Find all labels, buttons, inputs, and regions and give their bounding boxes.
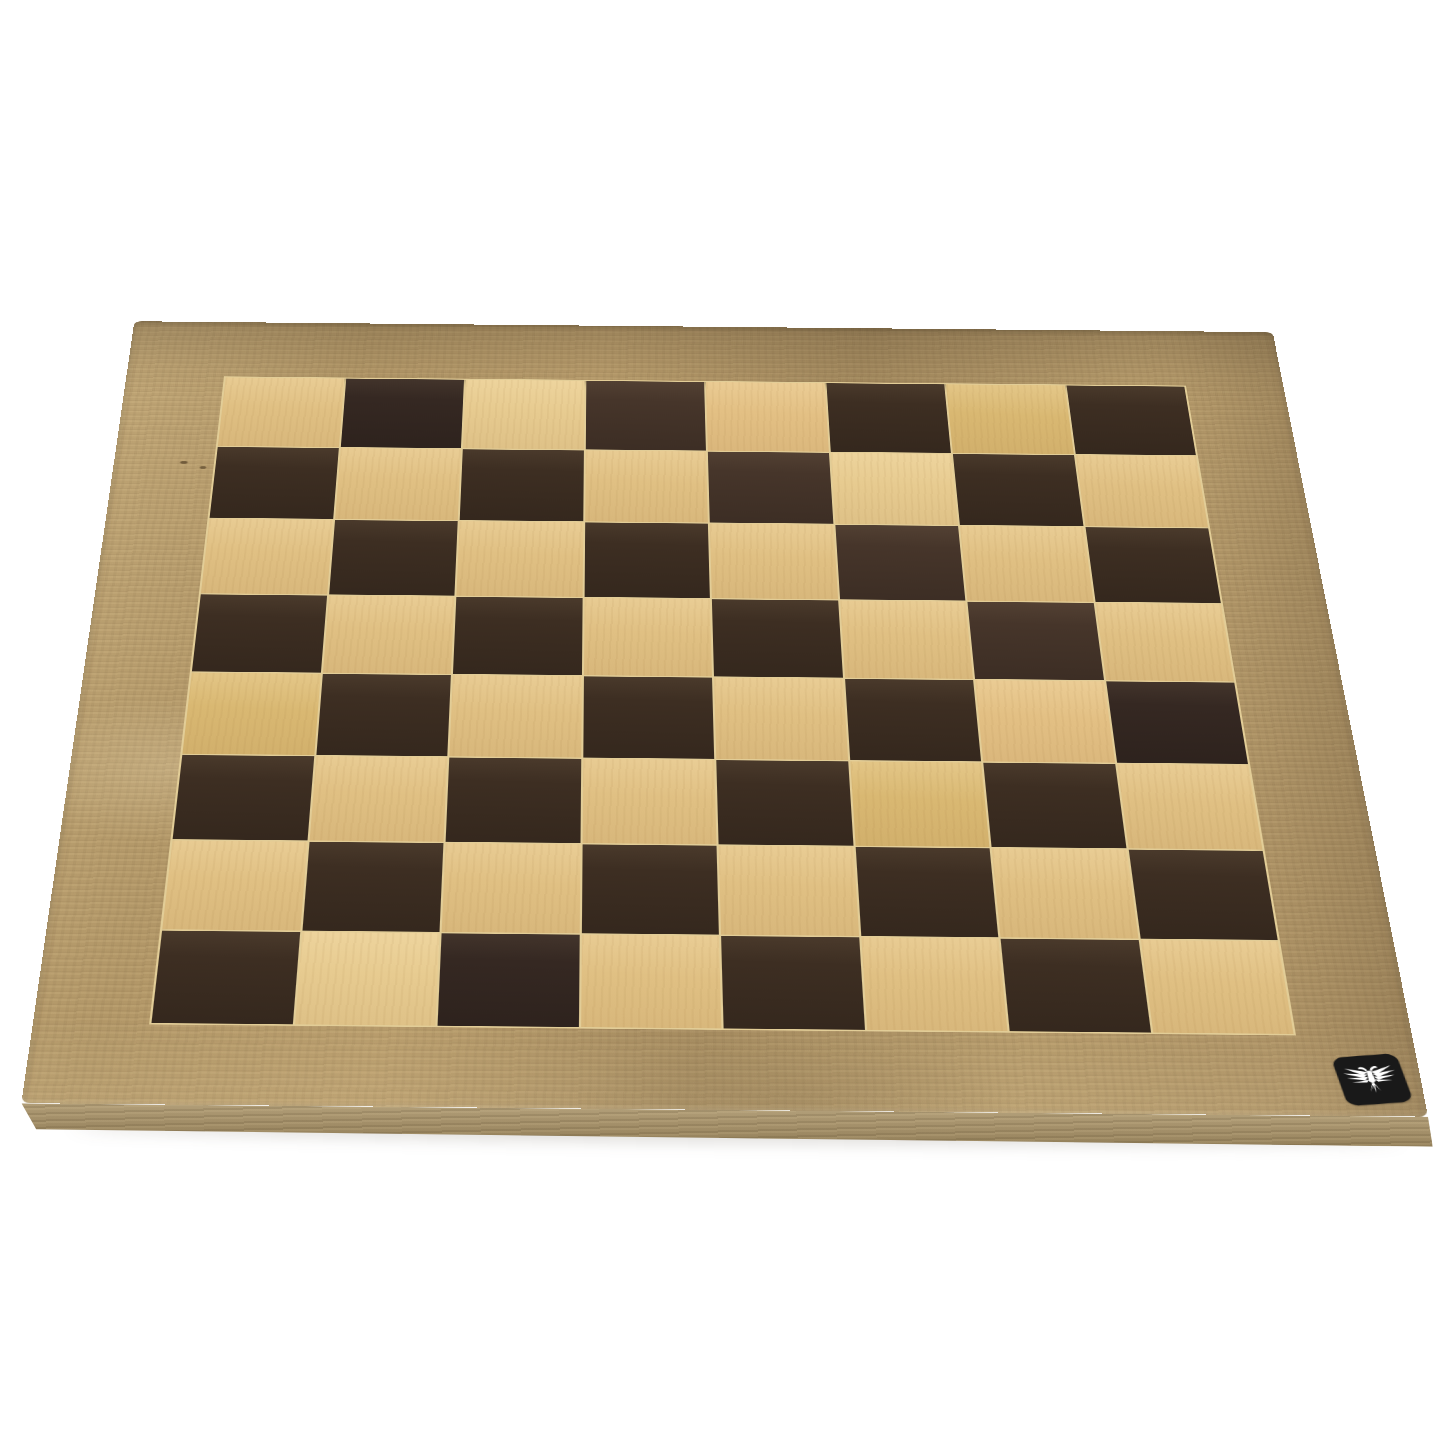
square-d7 bbox=[585, 450, 708, 522]
square-h2 bbox=[1128, 850, 1277, 940]
square-b7 bbox=[335, 448, 461, 520]
square-g7 bbox=[953, 454, 1083, 526]
square-a1 bbox=[151, 930, 299, 1024]
square-b5 bbox=[322, 595, 454, 674]
square-c8 bbox=[463, 380, 584, 449]
square-e7 bbox=[708, 451, 833, 523]
square-f6 bbox=[835, 525, 965, 600]
square-a2 bbox=[162, 840, 307, 930]
square-h5 bbox=[1095, 603, 1234, 682]
eagle-icon bbox=[1337, 1057, 1408, 1103]
square-c5 bbox=[453, 597, 582, 676]
square-g3 bbox=[983, 762, 1126, 848]
square-g2 bbox=[992, 848, 1138, 938]
square-e2 bbox=[719, 846, 859, 936]
chess-board bbox=[21, 321, 1428, 1116]
square-f4 bbox=[845, 679, 981, 761]
board-grid bbox=[151, 377, 1293, 1034]
square-h8 bbox=[1066, 385, 1196, 454]
square-a5 bbox=[192, 594, 327, 673]
square-g4 bbox=[975, 680, 1114, 762]
square-b4 bbox=[316, 674, 451, 756]
square-d4 bbox=[583, 676, 714, 758]
square-f2 bbox=[855, 847, 998, 937]
square-f7 bbox=[830, 453, 958, 525]
square-e4 bbox=[714, 678, 848, 760]
brand-badge bbox=[1331, 1053, 1414, 1106]
square-a6 bbox=[201, 519, 333, 594]
square-b8 bbox=[340, 379, 464, 448]
square-e3 bbox=[716, 760, 853, 846]
square-d2 bbox=[581, 844, 719, 934]
square-h3 bbox=[1117, 764, 1263, 850]
square-b3 bbox=[309, 756, 447, 842]
square-f8 bbox=[826, 383, 951, 452]
square-e8 bbox=[706, 382, 828, 451]
square-b6 bbox=[329, 520, 458, 595]
square-f3 bbox=[850, 761, 990, 847]
square-h4 bbox=[1106, 681, 1248, 763]
square-c1 bbox=[438, 933, 580, 1027]
square-c2 bbox=[442, 843, 580, 933]
square-d1 bbox=[581, 934, 722, 1028]
square-a8 bbox=[218, 377, 344, 446]
square-c4 bbox=[449, 675, 581, 757]
square-h6 bbox=[1085, 527, 1221, 602]
square-c7 bbox=[460, 449, 584, 521]
square-h7 bbox=[1075, 455, 1208, 527]
product-photo bbox=[0, 0, 1448, 1448]
square-h1 bbox=[1140, 940, 1293, 1034]
square-d5 bbox=[583, 598, 712, 677]
square-a3 bbox=[173, 755, 314, 841]
square-a4 bbox=[182, 673, 320, 755]
square-g5 bbox=[967, 601, 1103, 680]
square-g8 bbox=[946, 384, 1073, 453]
square-d8 bbox=[585, 381, 706, 450]
square-b1 bbox=[295, 932, 440, 1026]
perspective-wrapper bbox=[0, 0, 1448, 1448]
square-d3 bbox=[582, 759, 716, 845]
square-a7 bbox=[210, 447, 339, 519]
square-d6 bbox=[584, 522, 710, 597]
square-f5 bbox=[840, 600, 973, 679]
square-e6 bbox=[710, 524, 838, 599]
square-f1 bbox=[861, 937, 1008, 1031]
square-e5 bbox=[712, 599, 843, 678]
board-frame bbox=[21, 321, 1428, 1116]
square-g6 bbox=[960, 526, 1093, 601]
square-c3 bbox=[446, 757, 581, 843]
square-e1 bbox=[721, 936, 864, 1030]
square-b2 bbox=[302, 842, 443, 932]
square-c6 bbox=[456, 521, 582, 596]
square-g1 bbox=[1001, 938, 1151, 1032]
